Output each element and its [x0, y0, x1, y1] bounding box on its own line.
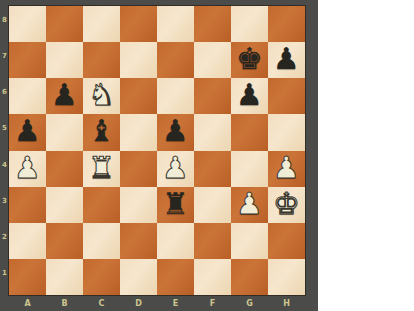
- file-label-c: C: [83, 295, 120, 311]
- rank-label-2: 2: [0, 223, 9, 259]
- square-f1[interactable]: [194, 259, 231, 295]
- file-labels: ABCDEFGH: [9, 295, 305, 311]
- square-h5[interactable]: [268, 114, 305, 150]
- square-d7[interactable]: [120, 42, 157, 78]
- square-c2[interactable]: [83, 223, 120, 259]
- square-b7[interactable]: [46, 42, 83, 78]
- square-a7[interactable]: [9, 42, 46, 78]
- file-label-d: D: [120, 295, 157, 311]
- square-e5[interactable]: ♟: [157, 114, 194, 150]
- rank-label-6: 6: [0, 78, 9, 114]
- square-b1[interactable]: [46, 259, 83, 295]
- file-label-h: H: [268, 295, 305, 311]
- file-label-f: F: [194, 295, 231, 311]
- square-d1[interactable]: [120, 259, 157, 295]
- square-f7[interactable]: [194, 42, 231, 78]
- square-b4[interactable]: [46, 151, 83, 187]
- file-label-b: B: [46, 295, 83, 311]
- rank-label-7: 7: [0, 42, 9, 78]
- square-g7[interactable]: ♚: [231, 42, 268, 78]
- file-label-g: G: [231, 295, 268, 311]
- square-a5[interactable]: ♟: [9, 114, 46, 150]
- piece-white-pawn[interactable]: ♟: [162, 153, 189, 183]
- square-f8[interactable]: [194, 6, 231, 42]
- square-d8[interactable]: [120, 6, 157, 42]
- square-e8[interactable]: [157, 6, 194, 42]
- rank-label-3: 3: [0, 187, 9, 223]
- piece-black-bishop[interactable]: ♝: [88, 116, 115, 146]
- square-e4[interactable]: ♟: [157, 151, 194, 187]
- piece-black-pawn[interactable]: ♟: [14, 116, 41, 146]
- piece-white-pawn[interactable]: ♟: [14, 153, 41, 183]
- square-d4[interactable]: [120, 151, 157, 187]
- piece-white-king[interactable]: ♚: [273, 189, 300, 219]
- square-e7[interactable]: [157, 42, 194, 78]
- piece-black-king[interactable]: ♚: [236, 44, 263, 74]
- rank-label-5: 5: [0, 114, 9, 150]
- square-c6[interactable]: ♞: [83, 78, 120, 114]
- file-label-e: E: [157, 295, 194, 311]
- square-d6[interactable]: [120, 78, 157, 114]
- square-g3[interactable]: ♟: [231, 187, 268, 223]
- square-h8[interactable]: [268, 6, 305, 42]
- square-a6[interactable]: [9, 78, 46, 114]
- square-b5[interactable]: [46, 114, 83, 150]
- piece-white-pawn[interactable]: ♟: [236, 189, 263, 219]
- square-h3[interactable]: ♚: [268, 187, 305, 223]
- square-d2[interactable]: [120, 223, 157, 259]
- file-label-a: A: [9, 295, 46, 311]
- square-f6[interactable]: [194, 78, 231, 114]
- piece-black-pawn[interactable]: ♟: [51, 80, 78, 110]
- piece-black-pawn[interactable]: ♟: [162, 116, 189, 146]
- piece-white-pawn[interactable]: ♟: [273, 153, 300, 183]
- square-h2[interactable]: [268, 223, 305, 259]
- square-a8[interactable]: [9, 6, 46, 42]
- square-c3[interactable]: [83, 187, 120, 223]
- square-e1[interactable]: [157, 259, 194, 295]
- square-c5[interactable]: ♝: [83, 114, 120, 150]
- square-b3[interactable]: [46, 187, 83, 223]
- square-a3[interactable]: [9, 187, 46, 223]
- square-f5[interactable]: [194, 114, 231, 150]
- square-g6[interactable]: ♟: [231, 78, 268, 114]
- square-g4[interactable]: [231, 151, 268, 187]
- square-e3[interactable]: ♜: [157, 187, 194, 223]
- page: 87654321 ABCDEFGH ♚♟♟♞♟♟♝♟♟♜♟♟♜♟♚: [0, 0, 414, 311]
- square-c7[interactable]: [83, 42, 120, 78]
- square-f3[interactable]: [194, 187, 231, 223]
- rank-label-8: 8: [0, 6, 9, 42]
- rank-labels: 87654321: [0, 6, 9, 295]
- square-e2[interactable]: [157, 223, 194, 259]
- square-f2[interactable]: [194, 223, 231, 259]
- piece-black-rook[interactable]: ♜: [162, 189, 189, 219]
- square-g2[interactable]: [231, 223, 268, 259]
- square-e6[interactable]: [157, 78, 194, 114]
- piece-black-pawn[interactable]: ♟: [273, 44, 300, 74]
- square-h7[interactable]: ♟: [268, 42, 305, 78]
- square-c4[interactable]: ♜: [83, 151, 120, 187]
- square-d3[interactable]: [120, 187, 157, 223]
- rank-label-1: 1: [0, 259, 9, 295]
- square-b2[interactable]: [46, 223, 83, 259]
- square-a1[interactable]: [9, 259, 46, 295]
- square-c1[interactable]: [83, 259, 120, 295]
- square-g8[interactable]: [231, 6, 268, 42]
- square-b8[interactable]: [46, 6, 83, 42]
- square-g5[interactable]: [231, 114, 268, 150]
- square-a2[interactable]: [9, 223, 46, 259]
- square-h4[interactable]: ♟: [268, 151, 305, 187]
- square-h1[interactable]: [268, 259, 305, 295]
- square-g1[interactable]: [231, 259, 268, 295]
- piece-black-pawn[interactable]: ♟: [236, 80, 263, 110]
- square-h6[interactable]: [268, 78, 305, 114]
- square-a4[interactable]: ♟: [9, 151, 46, 187]
- board-widget: 87654321 ABCDEFGH ♚♟♟♞♟♟♝♟♟♜♟♟♜♟♚: [0, 0, 318, 311]
- piece-white-knight[interactable]: ♞: [88, 80, 115, 110]
- square-c8[interactable]: [83, 6, 120, 42]
- square-f4[interactable]: [194, 151, 231, 187]
- square-b6[interactable]: ♟: [46, 78, 83, 114]
- square-d5[interactable]: [120, 114, 157, 150]
- rank-label-4: 4: [0, 151, 9, 187]
- chess-board: ♚♟♟♞♟♟♝♟♟♜♟♟♜♟♚: [9, 6, 305, 295]
- piece-white-rook[interactable]: ♜: [88, 153, 115, 183]
